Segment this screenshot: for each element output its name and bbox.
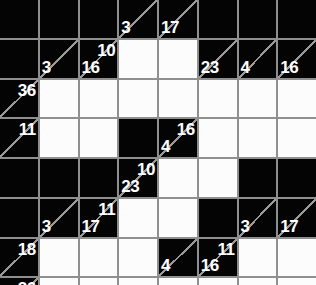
white-cell-r5c3[interactable] — [119, 199, 157, 237]
across-clue: 10 — [97, 42, 115, 59]
clue-cell-r1c2: 1016 — [80, 40, 118, 78]
white-cell-r7c1[interactable] — [40, 278, 78, 285]
white-cell-r7c7[interactable] — [278, 278, 316, 285]
down-clue: 3 — [121, 19, 130, 36]
down-clue: 16 — [82, 59, 100, 76]
white-cell-r4c4[interactable] — [159, 159, 197, 197]
clue-cell-r6c0: 18 — [0, 239, 38, 277]
white-cell-r7c6[interactable] — [239, 278, 277, 285]
black-cell-r4c7 — [278, 159, 316, 197]
white-cell-r5c4[interactable] — [159, 199, 197, 237]
white-cell-r2c7[interactable] — [278, 80, 316, 118]
white-cell-r2c3[interactable] — [119, 80, 157, 118]
clue-cell-r0c3: 3 — [119, 0, 157, 38]
clue-cell-r5c7: 17 — [278, 199, 316, 237]
down-clue: 23 — [201, 59, 219, 76]
down-clue: 3 — [241, 218, 250, 235]
down-clue: 23 — [121, 178, 139, 195]
black-cell-r4c2 — [80, 159, 118, 197]
across-clue: 36 — [18, 82, 36, 99]
across-clue: 10 — [137, 161, 155, 178]
across-clue: 11 — [218, 241, 235, 258]
clue-cell-r1c7: 16 — [278, 40, 316, 78]
white-cell-r6c6[interactable] — [239, 239, 277, 277]
kakuro-board: 3173101623416361116410233111731718411163… — [0, 0, 316, 285]
down-clue: 16 — [280, 59, 298, 76]
clue-cell-r5c1: 3 — [40, 199, 78, 237]
white-cell-r7c2[interactable] — [80, 278, 118, 285]
down-clue: 17 — [280, 218, 298, 235]
white-cell-r3c6[interactable] — [239, 119, 277, 157]
kakuro-board-viewport: 3173101623416361116410233111731718411163… — [0, 0, 316, 285]
white-cell-r4c5[interactable] — [199, 159, 237, 197]
clue-cell-r0c4: 17 — [159, 0, 197, 38]
down-clue: 4 — [241, 59, 250, 76]
down-clue: 3 — [42, 59, 51, 76]
across-clue: 11 — [19, 121, 36, 138]
black-cell-r0c1 — [40, 0, 78, 38]
black-cell-r5c5 — [199, 199, 237, 237]
white-cell-r7c4[interactable] — [159, 278, 197, 285]
white-cell-r3c7[interactable] — [278, 119, 316, 157]
down-clue: 17 — [82, 218, 100, 235]
across-clue: 16 — [177, 121, 195, 138]
down-clue: 4 — [161, 138, 170, 155]
black-cell-r0c0 — [0, 0, 38, 38]
white-cell-r1c3[interactable] — [119, 40, 157, 78]
clue-cell-r3c4: 164 — [159, 119, 197, 157]
black-cell-r5c0 — [0, 199, 38, 237]
clue-cell-r6c5: 1116 — [199, 239, 237, 277]
white-cell-r1c4[interactable] — [159, 40, 197, 78]
white-cell-r2c5[interactable] — [199, 80, 237, 118]
black-cell-r1c0 — [0, 40, 38, 78]
clue-cell-r1c5: 23 — [199, 40, 237, 78]
clue-cell-r4c3: 1023 — [119, 159, 157, 197]
black-cell-r0c7 — [278, 0, 316, 38]
clue-cell-r1c1: 3 — [40, 40, 78, 78]
black-cell-r0c5 — [199, 0, 237, 38]
white-cell-r6c1[interactable] — [40, 239, 78, 277]
down-clue: 3 — [42, 218, 51, 235]
clue-cell-r2c0: 36 — [0, 80, 38, 118]
black-cell-r4c6 — [239, 159, 277, 197]
white-cell-r7c3[interactable] — [119, 278, 157, 285]
white-cell-r2c4[interactable] — [159, 80, 197, 118]
clue-cell-r5c2: 1117 — [80, 199, 118, 237]
white-cell-r3c5[interactable] — [199, 119, 237, 157]
down-clue: 4 — [161, 257, 170, 274]
white-cell-r7c5[interactable] — [199, 278, 237, 285]
clue-cell-r5c6: 3 — [239, 199, 277, 237]
down-clue: 16 — [201, 257, 219, 274]
white-cell-r2c1[interactable] — [40, 80, 78, 118]
across-clue: 36 — [18, 280, 36, 285]
white-cell-r6c3[interactable] — [119, 239, 157, 277]
white-cell-r6c2[interactable] — [80, 239, 118, 277]
clue-cell-r6c4: 4 — [159, 239, 197, 277]
white-cell-r3c1[interactable] — [40, 119, 78, 157]
clue-cell-r7c0: 36 — [0, 278, 38, 285]
black-cell-r3c3 — [119, 119, 157, 157]
white-cell-r6c7[interactable] — [278, 239, 316, 277]
white-cell-r3c2[interactable] — [80, 119, 118, 157]
white-cell-r2c2[interactable] — [80, 80, 118, 118]
black-cell-r4c0 — [0, 159, 38, 197]
down-clue: 17 — [161, 19, 179, 36]
across-clue: 11 — [98, 201, 115, 218]
black-cell-r4c1 — [40, 159, 78, 197]
clue-cell-r1c6: 4 — [239, 40, 277, 78]
across-clue: 18 — [18, 241, 36, 258]
clue-cell-r3c0: 11 — [0, 119, 38, 157]
black-cell-r0c6 — [239, 0, 277, 38]
black-cell-r0c2 — [80, 0, 118, 38]
white-cell-r2c6[interactable] — [239, 80, 277, 118]
